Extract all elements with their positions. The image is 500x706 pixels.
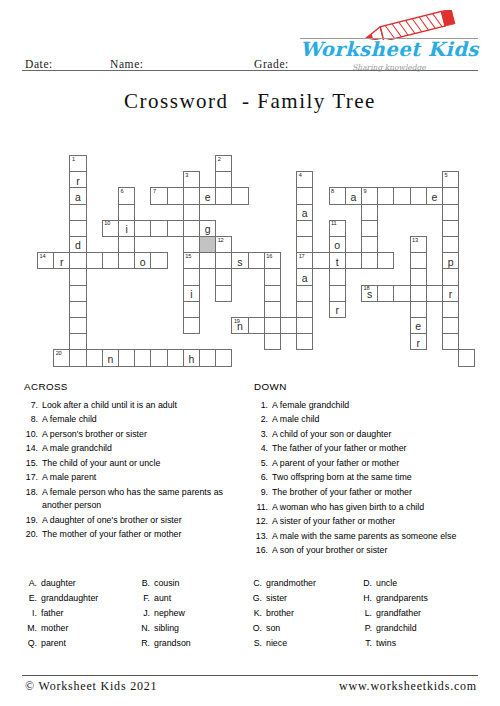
grid-cell[interactable]: 5: [442, 171, 459, 188]
word-bank-letter: Q.: [22, 636, 37, 651]
grid-cell[interactable]: [329, 268, 346, 285]
clue-text: A male parent: [42, 471, 250, 484]
word-bank-letter: P.: [357, 621, 372, 636]
grid-cell[interactable]: 16: [264, 252, 281, 269]
grid-cell[interactable]: 19n: [231, 317, 248, 334]
grid-cell[interactable]: [183, 187, 200, 204]
clue-text: A female child: [42, 413, 250, 426]
down-clue: 16.A son of your brother or sister: [254, 544, 488, 557]
word-bank-item: H.grandparents: [357, 591, 467, 606]
down-section: DOWN 1.A female grandchild2.A male child…: [254, 381, 488, 559]
grade-label: Grade:: [254, 58, 289, 70]
clue-text: Look after a child until it is an adult: [42, 399, 250, 412]
clue-list-number: 8.: [24, 413, 38, 426]
page-title: Crossword - Family Tree: [0, 89, 500, 114]
word-bank-letter: D.: [357, 576, 372, 591]
grid-cell[interactable]: [264, 268, 281, 285]
hint-letter: e: [411, 321, 426, 333]
grid-cell[interactable]: [442, 236, 459, 253]
grid-cell[interactable]: a: [296, 204, 313, 221]
grid-cell[interactable]: [264, 301, 281, 318]
logo: Worksheet Kids Sharing knowledge: [300, 10, 478, 72]
copyright: © Worksheet Kids 2021: [25, 679, 157, 694]
word-bank-letter: O.: [247, 621, 262, 636]
word-bank-item: C.grandmother: [247, 576, 357, 591]
grid-cell[interactable]: [410, 252, 427, 269]
word-bank-letter: M.: [22, 621, 37, 636]
grid-cell[interactable]: [183, 204, 200, 221]
across-clue: 17.A male parent: [24, 471, 250, 484]
clue-text: A woman who has given birth to a child: [272, 501, 488, 514]
grid-cell[interactable]: 20: [53, 349, 70, 366]
clue-list-number: 7.: [24, 399, 38, 412]
grid-cell[interactable]: 10: [102, 220, 119, 237]
hint-letter: r: [443, 289, 458, 301]
grid-cell[interactable]: e: [199, 187, 216, 204]
hint-letter: n: [232, 321, 247, 333]
clue-text: A female grandchild: [272, 399, 488, 412]
word-bank-item: G.sister: [247, 591, 357, 606]
clue-number: 10: [104, 221, 110, 227]
down-clue-list: 1.A female grandchild2.A male child3.A c…: [254, 399, 488, 558]
grid-cell[interactable]: [215, 285, 232, 302]
grid-cell[interactable]: [102, 252, 119, 269]
clue-number: 8: [331, 189, 334, 195]
hint-letter: r: [54, 257, 69, 269]
clue-list-number: 12.: [254, 515, 268, 528]
grid-cell[interactable]: [69, 349, 86, 366]
clue-text: The brother of your father or mother: [272, 486, 488, 499]
down-clue: 2.A male child: [254, 413, 488, 426]
grid-cell[interactable]: [393, 285, 410, 302]
grid-cell[interactable]: [69, 220, 86, 237]
hint-letter: a: [346, 192, 361, 204]
grid-cell[interactable]: 8: [329, 187, 346, 204]
word-bank-word: daughter: [41, 576, 76, 591]
clue-list-number: 2.: [254, 413, 268, 426]
hint-letter: s: [362, 289, 377, 301]
clue-text: A person's brother or sister: [42, 428, 250, 441]
grid-cell[interactable]: [361, 236, 378, 253]
clue-list-number: 10.: [24, 428, 38, 441]
grid-cell[interactable]: [426, 285, 443, 302]
clue-list-number: 13.: [254, 530, 268, 543]
hint-letter: r: [411, 338, 426, 350]
hint-letter: h: [184, 354, 199, 366]
clue-text: Two offspring born at the same time: [272, 471, 488, 484]
hint-letter: g: [200, 224, 215, 236]
grid-cell[interactable]: [442, 220, 459, 237]
grid-cell[interactable]: 7: [150, 187, 167, 204]
grid-cell[interactable]: [134, 349, 151, 366]
date-label: Date:: [25, 58, 53, 70]
across-clue: 18.A female person who has the same pare…: [24, 486, 250, 512]
word-bank-word: mother: [41, 621, 68, 636]
hint-letter: a: [70, 192, 85, 204]
clue-text: The child of your aunt or uncle: [42, 457, 250, 470]
clue-number: 13: [412, 238, 418, 244]
word-bank-word: grandchild: [376, 621, 417, 636]
grid-cell[interactable]: [296, 333, 313, 350]
grid-cell[interactable]: [118, 252, 135, 269]
grid-cell[interactable]: [264, 333, 281, 350]
across-clue: 20.The mother of your father or mother: [24, 528, 250, 541]
clue-list-number: 3.: [254, 428, 268, 441]
grid-cell[interactable]: [215, 349, 232, 366]
word-bank-word: granddaughter: [41, 591, 98, 606]
hint-letter: i: [119, 224, 134, 236]
word-bank-item: A.daughter: [22, 576, 132, 591]
clue-list-number: 19.: [24, 514, 38, 527]
clue-number: 6: [121, 189, 124, 195]
grid-cell[interactable]: 9: [361, 187, 378, 204]
grid-cell[interactable]: [442, 317, 459, 334]
word-bank-word: grandparents: [376, 591, 428, 606]
word-bank-letter: E.: [22, 591, 37, 606]
grid-cell[interactable]: o: [134, 252, 151, 269]
grid-cell[interactable]: [296, 220, 313, 237]
clue-number: 16: [266, 254, 272, 260]
clue-list-number: 15.: [24, 457, 38, 470]
clue-list-number: 5.: [254, 457, 268, 470]
down-clue: 1.A female grandchild: [254, 399, 488, 412]
hint-letter: n: [103, 354, 118, 366]
hint-letter: a: [297, 273, 312, 285]
grid-cell[interactable]: [183, 236, 200, 253]
grid-cell[interactable]: 1: [69, 155, 86, 172]
grid-cell[interactable]: [410, 285, 427, 302]
across-clue: 19.A daughter of one's brother or sister: [24, 514, 250, 527]
grid-cell[interactable]: [167, 220, 184, 237]
hint-letter: o: [330, 240, 345, 252]
grid-cell[interactable]: d: [69, 236, 86, 253]
grid-cell[interactable]: [150, 349, 167, 366]
grid-cell[interactable]: [329, 285, 346, 302]
clue-text: A parent of your father or mother: [272, 457, 488, 470]
word-bank-word: aunt: [154, 591, 171, 606]
word-bank-letter: B.: [135, 576, 150, 591]
grid-cell[interactable]: [167, 349, 184, 366]
word-bank-column: C.grandmotherG.sisterK.brotherO.sonS.nie…: [247, 576, 357, 651]
grid-cell[interactable]: s: [231, 252, 248, 269]
grid-cell[interactable]: e: [410, 317, 427, 334]
word-bank-letter: A.: [22, 576, 37, 591]
grid-cell[interactable]: p: [442, 252, 459, 269]
grid-cell[interactable]: [118, 349, 135, 366]
grid-cell[interactable]: 6: [118, 187, 135, 204]
clue-list-number: 20.: [24, 528, 38, 541]
across-clue: 7.Look after a child until it is an adul…: [24, 399, 250, 412]
grid-cell[interactable]: [150, 252, 167, 269]
clue-number: 11: [331, 221, 336, 227]
across-section: ACROSS 7.Look after a child until it is …: [24, 381, 250, 543]
grid-cell[interactable]: n: [102, 349, 119, 366]
grid-cell[interactable]: [345, 252, 362, 269]
grid-cell[interactable]: [150, 220, 167, 237]
clue-text: A sister of your father or mother: [272, 515, 488, 528]
grid-cell[interactable]: [118, 204, 135, 221]
grid-cell[interactable]: [296, 236, 313, 253]
clue-number: 2: [218, 157, 221, 163]
grid-cell[interactable]: [199, 252, 216, 269]
word-bank-item: O.son: [247, 621, 357, 636]
grid-cell[interactable]: [183, 220, 200, 237]
grid-cell[interactable]: i: [183, 285, 200, 302]
word-bank-word: uncle: [376, 576, 397, 591]
hint-letter: t: [330, 257, 345, 269]
grid-cell[interactable]: [248, 317, 265, 334]
word-bank-word: grandson: [154, 636, 191, 651]
word-bank-word: parent: [41, 636, 66, 651]
grid-cell[interactable]: [410, 268, 427, 285]
grid-cell[interactable]: [183, 317, 200, 334]
word-bank-item: E.granddaughter: [22, 591, 132, 606]
word-bank-column: B.cousinF.auntJ.nephewN.siblingR.grandso…: [135, 576, 245, 651]
word-bank-item: T.twins: [357, 636, 467, 651]
grid-cell[interactable]: [442, 333, 459, 350]
word-bank-word: nephew: [154, 606, 185, 621]
word-bank-item: Q.parent: [22, 636, 132, 651]
grid-cell[interactable]: [183, 268, 200, 285]
grid-cell[interactable]: r: [442, 285, 459, 302]
down-clue: 12.A sister of your father or mother: [254, 515, 488, 528]
grid-cell[interactable]: 2: [215, 155, 232, 172]
clue-text: A male child: [272, 413, 488, 426]
clue-text: A male with the same parents as someone …: [272, 530, 488, 543]
clue-number: 12: [218, 238, 224, 244]
word-bank-letter: J.: [135, 606, 150, 621]
word-bank-column: D.uncleH.grandparentsL.grandfatherP.gran…: [357, 576, 467, 651]
grid-cell[interactable]: [215, 171, 232, 188]
grid-cell[interactable]: 11: [329, 220, 346, 237]
clue-number: 4: [299, 173, 302, 179]
word-bank-item: N.sibling: [135, 621, 245, 636]
grid-cell[interactable]: [69, 268, 86, 285]
hint-letter: r: [70, 176, 85, 188]
clue-list-number: 9.: [254, 486, 268, 499]
footer-divider: [22, 675, 478, 676]
grid-cell[interactable]: [134, 220, 151, 237]
grid-cell[interactable]: 13: [410, 236, 427, 253]
grid-cell[interactable]: [280, 317, 297, 334]
word-bank-item: P.grandchild: [357, 621, 467, 636]
grid-cell[interactable]: o: [329, 236, 346, 253]
grid-cell[interactable]: [264, 285, 281, 302]
grid-cell[interactable]: [69, 333, 86, 350]
grid-cell[interactable]: [393, 187, 410, 204]
clue-list-number: 11.: [254, 501, 268, 514]
clue-list-number: 1.: [254, 399, 268, 412]
clue-list-number: 4.: [254, 442, 268, 455]
clue-number: 9: [364, 189, 367, 195]
grid-cell[interactable]: [410, 301, 427, 318]
down-clue: 5.A parent of your father or mother: [254, 457, 488, 470]
clue-number: 20: [56, 351, 62, 357]
grid-cell[interactable]: [69, 285, 86, 302]
name-label: Name:: [110, 58, 144, 70]
grid-cell[interactable]: [296, 301, 313, 318]
clue-text: A child of your son or daughter: [272, 428, 488, 441]
word-bank-word: sibling: [154, 621, 179, 636]
clue-number: 7: [153, 189, 156, 195]
grid-cell[interactable]: [69, 317, 86, 334]
grid-cell[interactable]: 17: [296, 252, 313, 269]
website: www.worksheetkids.com: [339, 679, 477, 694]
clue-text: A daughter of one's brother or sister: [42, 514, 250, 527]
word-bank-item: I.father: [22, 606, 132, 621]
word-bank-letter: I.: [22, 606, 37, 621]
word-bank-item: R.grandson: [135, 636, 245, 651]
worksheet-page: Date: Name: Grade: Worksheet Kids Sharin…: [0, 0, 500, 706]
clue-text: A female person who has the same parents…: [42, 486, 250, 512]
grid-cell[interactable]: r: [410, 333, 427, 350]
grid-cell[interactable]: 12: [215, 236, 232, 253]
word-bank-item: K.brother: [247, 606, 357, 621]
down-clue: 13.A male with the same parents as someo…: [254, 530, 488, 543]
hint-letter: s: [232, 257, 247, 269]
brand-tagline: Sharing knowledge: [300, 63, 478, 72]
hint-letter: a: [297, 208, 312, 220]
clue-list-number: 16.: [254, 544, 268, 557]
grid-cell[interactable]: r: [329, 301, 346, 318]
brand-name: Worksheet Kids: [300, 38, 478, 61]
down-clue: 9.The brother of your father or mother: [254, 486, 488, 499]
hint-letter: i: [184, 289, 199, 301]
hint-letter: o: [135, 257, 150, 269]
grid-cell[interactable]: [199, 349, 216, 366]
word-bank-letter: G.: [247, 591, 262, 606]
across-clue: 8.A female child: [24, 413, 250, 426]
clue-text: A son of your brother or sister: [272, 544, 488, 557]
grid-cell[interactable]: [215, 268, 232, 285]
grid-cell[interactable]: [296, 285, 313, 302]
grid-cell[interactable]: a: [69, 187, 86, 204]
word-bank-letter: N.: [135, 621, 150, 636]
word-bank-word: cousin: [154, 576, 179, 591]
grid-cell[interactable]: 3: [183, 171, 200, 188]
clue-number: 17: [299, 254, 305, 260]
clue-number: 1: [72, 157, 75, 163]
across-clue: 14.A male grandchild: [24, 442, 250, 455]
grid-cell[interactable]: [442, 204, 459, 221]
clue-number: 14: [40, 254, 46, 260]
grid-cell[interactable]: [86, 349, 103, 366]
grid-cell[interactable]: [410, 187, 427, 204]
word-bank-item: F.aunt: [135, 591, 245, 606]
word-bank-letter: R.: [135, 636, 150, 651]
grid-cell[interactable]: [231, 187, 248, 204]
clue-text: The father of your father or mother: [272, 442, 488, 455]
grid-cell[interactable]: r: [53, 252, 70, 269]
grid-cell[interactable]: [183, 301, 200, 318]
clue-list-number: 18.: [24, 486, 38, 512]
down-clue: 4.The father of your father or mother: [254, 442, 488, 455]
grid-cell[interactable]: [442, 268, 459, 285]
grid-cell[interactable]: t: [329, 252, 346, 269]
grid-cell[interactable]: [86, 252, 103, 269]
word-bank-word: father: [41, 606, 64, 621]
grid-cell[interactable]: e: [426, 187, 443, 204]
crossword-grid: 12r345a67e8a9ea10ig11d12o1314ro15s1617tp…: [37, 155, 461, 368]
clue-list-number: 17.: [24, 471, 38, 484]
clue-number: 3: [185, 173, 188, 179]
clue-number: 5: [445, 173, 448, 179]
grid-cell[interactable]: [377, 285, 394, 302]
grid-cell[interactable]: [69, 204, 86, 221]
word-bank-word: sister: [266, 591, 287, 606]
grid-cell[interactable]: [361, 204, 378, 221]
grid-cell[interactable]: [248, 252, 265, 269]
word-bank-letter: K.: [247, 606, 262, 621]
word-bank-letter: S.: [247, 636, 262, 651]
grid-cell[interactable]: [296, 317, 313, 334]
word-bank-letter: L.: [357, 606, 372, 621]
clue-list-number: 14.: [24, 442, 38, 455]
down-clue: 11.A woman who has given birth to a chil…: [254, 501, 488, 514]
hint-letter: d: [70, 240, 85, 252]
grid-cell[interactable]: 18s: [361, 285, 378, 302]
grid-cell[interactable]: [442, 301, 459, 318]
grid-cell[interactable]: [377, 252, 394, 269]
grid-cell[interactable]: [312, 252, 329, 269]
grid-cell[interactable]: 14: [37, 252, 54, 269]
grid-cell[interactable]: [69, 301, 86, 318]
hint-letter: e: [200, 192, 215, 204]
grid-cell[interactable]: h: [183, 349, 200, 366]
grid-cell[interactable]: i: [118, 220, 135, 237]
grid-cell[interactable]: 4: [296, 171, 313, 188]
grid-cell[interactable]: [361, 220, 378, 237]
clue-text: The mother of your father or mother: [42, 528, 250, 541]
grid-cell[interactable]: [69, 252, 86, 269]
grid-cell[interactable]: 15: [183, 252, 200, 269]
grid-cell[interactable]: a: [345, 187, 362, 204]
grid-cell[interactable]: [167, 187, 184, 204]
grid-cell[interactable]: [361, 252, 378, 269]
grid-cell[interactable]: g: [199, 220, 216, 237]
down-clue: 6.Two offspring born at the same time: [254, 471, 488, 484]
grid-cell[interactable]: a: [296, 268, 313, 285]
grid-cell[interactable]: [458, 349, 475, 366]
grid-cell[interactable]: [264, 317, 281, 334]
clue-number: 15: [185, 254, 191, 260]
word-bank-word: niece: [266, 636, 287, 651]
clue-text: A male grandchild: [42, 442, 250, 455]
grid-cell[interactable]: [215, 252, 232, 269]
grid-cell[interactable]: [296, 187, 313, 204]
word-bank-word: grandmother: [266, 576, 316, 591]
grid-cell[interactable]: [442, 187, 459, 204]
across-clue: 15.The child of your aunt or uncle: [24, 457, 250, 470]
grid-cell[interactable]: [215, 187, 232, 204]
grid-cell[interactable]: r: [69, 171, 86, 188]
word-bank-word: son: [266, 621, 280, 636]
blocked-cell: [199, 236, 216, 253]
down-title: DOWN: [254, 381, 488, 392]
word-bank-item: M.mother: [22, 621, 132, 636]
word-bank-letter: C.: [247, 576, 262, 591]
word-bank-item: L.grandfather: [357, 606, 467, 621]
hint-letter: e: [427, 192, 442, 204]
word-bank-letter: H.: [357, 591, 372, 606]
word-bank-item: J.nephew: [135, 606, 245, 621]
word-bank-word: brother: [266, 606, 294, 621]
hint-letter: p: [443, 257, 458, 269]
word-bank-item: B.cousin: [135, 576, 245, 591]
grid-cell[interactable]: [377, 187, 394, 204]
across-title: ACROSS: [24, 381, 250, 392]
grid-cell[interactable]: [118, 236, 135, 253]
